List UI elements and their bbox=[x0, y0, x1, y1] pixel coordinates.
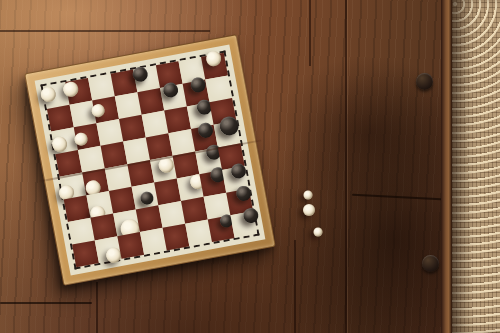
jute-rug bbox=[452, 0, 500, 333]
scene bbox=[0, 0, 500, 333]
wood-crack bbox=[0, 302, 92, 304]
black-piece[interactable] bbox=[241, 206, 258, 223]
black-piece-large[interactable] bbox=[217, 115, 239, 137]
board-face bbox=[35, 45, 266, 276]
plank-seam bbox=[309, 0, 311, 66]
nail-head bbox=[416, 73, 433, 90]
white-piece[interactable] bbox=[204, 50, 221, 67]
plank-seam bbox=[96, 282, 98, 333]
chessboard[interactable] bbox=[24, 34, 276, 286]
square-r7c7[interactable] bbox=[230, 211, 257, 238]
captured-white-piece[interactable] bbox=[303, 204, 315, 216]
white-piece[interactable] bbox=[39, 85, 56, 102]
plank-seam bbox=[345, 0, 347, 333]
captured-white-piece[interactable] bbox=[304, 191, 313, 200]
plank-seam bbox=[0, 30, 210, 32]
black-piece[interactable] bbox=[234, 184, 251, 201]
captured-white-piece[interactable] bbox=[314, 228, 323, 237]
plank-seam bbox=[294, 240, 296, 333]
black-piece[interactable] bbox=[139, 190, 154, 205]
table-edge bbox=[441, 0, 452, 333]
white-piece[interactable] bbox=[50, 135, 67, 152]
nail-head bbox=[422, 255, 439, 272]
